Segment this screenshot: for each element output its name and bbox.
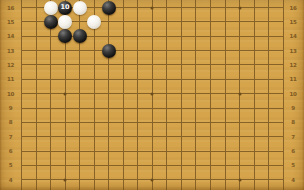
row-label-left-5: 5 bbox=[9, 164, 13, 170]
grid-line-horizontal bbox=[21, 122, 284, 123]
row-label-left-7: 7 bbox=[9, 135, 13, 141]
grid-line-vertical bbox=[181, 0, 182, 190]
grid-line-vertical bbox=[50, 0, 51, 190]
white-stone-E16[interactable] bbox=[73, 1, 87, 15]
grid-line-horizontal bbox=[21, 21, 284, 22]
black-stone-G13[interactable] bbox=[102, 44, 116, 58]
row-label-right-10: 10 bbox=[289, 92, 296, 98]
grid-line-horizontal bbox=[21, 93, 284, 94]
grid-line-horizontal bbox=[21, 36, 284, 37]
grid-line-horizontal bbox=[21, 64, 284, 65]
grid-line-vertical bbox=[21, 0, 22, 190]
grid-line-vertical bbox=[108, 0, 109, 190]
grid-line-vertical bbox=[166, 0, 167, 190]
grid-line-horizontal bbox=[21, 179, 284, 180]
row-label-right-5: 5 bbox=[291, 164, 295, 170]
row-label-left-9: 9 bbox=[9, 106, 13, 112]
grid-line-horizontal bbox=[21, 7, 284, 8]
grid-line-vertical bbox=[79, 0, 80, 190]
black-stone-E14[interactable] bbox=[73, 29, 87, 43]
row-label-right-14: 14 bbox=[289, 34, 296, 40]
star-point bbox=[64, 178, 67, 181]
white-stone-D15[interactable] bbox=[58, 15, 72, 29]
grid-line-horizontal bbox=[21, 151, 284, 152]
white-stone-C16[interactable] bbox=[44, 1, 58, 15]
row-label-right-11: 11 bbox=[289, 78, 296, 84]
star-point bbox=[151, 92, 154, 95]
row-label-right-13: 13 bbox=[289, 49, 296, 55]
grid-line-horizontal bbox=[21, 165, 284, 166]
star-point bbox=[238, 178, 241, 181]
black-stone-C15[interactable] bbox=[44, 15, 58, 29]
row-label-right-12: 12 bbox=[289, 63, 296, 69]
grid-line-vertical bbox=[36, 0, 37, 190]
row-label-left-6: 6 bbox=[9, 149, 13, 155]
go-board[interactable]: 1615141312111098765416151413121110987654… bbox=[0, 0, 304, 190]
grid-line-vertical bbox=[152, 0, 153, 190]
grid-line-vertical bbox=[283, 0, 284, 190]
black-stone-G16[interactable] bbox=[102, 1, 116, 15]
coordinate-labels: 1615141312111098765416151413121110987654 bbox=[0, 0, 304, 190]
white-stone-F15[interactable] bbox=[87, 15, 101, 29]
black-stone-D16[interactable]: 10 bbox=[58, 1, 72, 15]
grid-line-vertical bbox=[210, 0, 211, 190]
grid-line-horizontal bbox=[21, 50, 284, 51]
star-point bbox=[64, 6, 67, 9]
star-point bbox=[238, 6, 241, 9]
row-label-right-16: 16 bbox=[289, 6, 296, 12]
stones: 10 bbox=[0, 0, 304, 190]
grid-line-vertical bbox=[137, 0, 138, 190]
row-label-right-15: 15 bbox=[289, 20, 296, 26]
grid-line-vertical bbox=[195, 0, 196, 190]
row-label-right-6: 6 bbox=[291, 149, 295, 155]
star-point bbox=[64, 92, 67, 95]
row-label-left-15: 15 bbox=[7, 20, 14, 26]
grid-line-horizontal bbox=[21, 108, 284, 109]
grid-line-vertical bbox=[94, 0, 95, 190]
row-label-right-9: 9 bbox=[291, 106, 295, 112]
grid-line-vertical bbox=[225, 0, 226, 190]
grid-line-vertical bbox=[239, 0, 240, 190]
row-label-left-4: 4 bbox=[9, 178, 13, 184]
row-label-right-4: 4 bbox=[291, 178, 295, 184]
grid-line-vertical bbox=[268, 0, 269, 190]
black-stone-D14[interactable] bbox=[58, 29, 72, 43]
go-app-screen: 1615141312111098765416151413121110987654… bbox=[0, 0, 304, 190]
row-label-right-7: 7 bbox=[291, 135, 295, 141]
row-label-left-16: 16 bbox=[7, 6, 14, 12]
star-point bbox=[238, 92, 241, 95]
move-number-label: 10 bbox=[61, 4, 70, 11]
grid-line-vertical bbox=[123, 0, 124, 190]
row-label-left-10: 10 bbox=[7, 92, 14, 98]
grid-line-horizontal bbox=[21, 79, 284, 80]
row-label-left-14: 14 bbox=[7, 34, 14, 40]
grid-line-vertical bbox=[65, 0, 66, 190]
star-points bbox=[0, 0, 304, 190]
row-label-right-8: 8 bbox=[291, 121, 295, 127]
row-label-left-8: 8 bbox=[9, 121, 13, 127]
grid-lines bbox=[0, 0, 304, 190]
star-point bbox=[151, 178, 154, 181]
grid-line-vertical bbox=[254, 0, 255, 190]
grid-line-horizontal bbox=[21, 136, 284, 137]
row-label-left-12: 12 bbox=[7, 63, 14, 69]
star-point bbox=[151, 6, 154, 9]
row-label-left-11: 11 bbox=[7, 78, 14, 84]
row-label-left-13: 13 bbox=[7, 49, 14, 55]
